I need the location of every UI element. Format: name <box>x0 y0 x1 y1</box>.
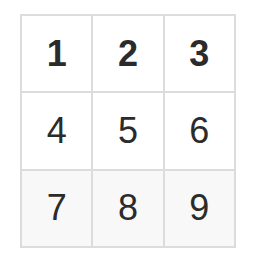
cell-r1c1: 1 <box>22 16 91 91</box>
cell-r2c3: 6 <box>165 93 234 168</box>
cell-r3c2: 8 <box>93 171 162 246</box>
cell-r1c2: 2 <box>93 16 162 91</box>
cell-r2c1: 4 <box>22 93 91 168</box>
cell-r3c3: 9 <box>165 171 234 246</box>
page: 1 2 3 4 5 6 7 8 9 <box>0 0 254 262</box>
cell-r3c1: 7 <box>22 171 91 246</box>
cell-r1c3: 3 <box>165 16 234 91</box>
cell-r2c2: 5 <box>93 93 162 168</box>
number-grid-board: 1 2 3 4 5 6 7 8 9 <box>20 14 236 248</box>
